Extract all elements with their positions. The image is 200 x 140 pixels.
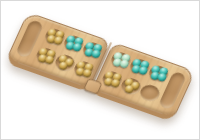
mancala-photo [0, 0, 200, 140]
mancala-board [4, 12, 195, 123]
pit-far-3[interactable] [80, 40, 105, 61]
pit-near-3[interactable] [72, 59, 97, 80]
